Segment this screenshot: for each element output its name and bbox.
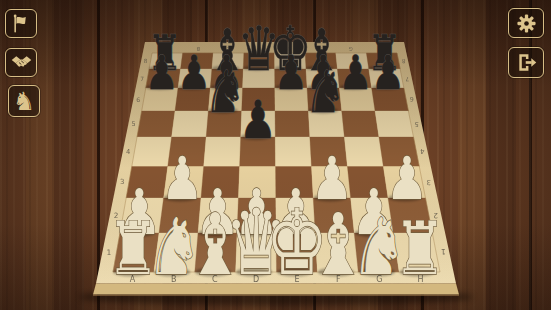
coord-rank-5-right: 5 [415, 120, 419, 128]
piece-black-pawn-h7[interactable]: ♟ [371, 45, 405, 100]
settings-button[interactable] [508, 8, 544, 38]
coord-rank-5-left: 5 [131, 120, 135, 128]
flag-icon [10, 13, 32, 35]
offer-draw-button[interactable] [5, 48, 37, 77]
coord-rank-7-right: 7 [405, 76, 409, 82]
gear-icon [515, 12, 538, 35]
piece-black-pawn-d5[interactable]: ♟ [239, 89, 277, 150]
game-scene: AABBCCDDEEFFGGHH1122334455667788♜♝♛♚♝♜♟♟… [0, 0, 551, 310]
coord-rank-6-left: 6 [136, 96, 140, 103]
piece-black-knight-f6[interactable]: ♞ [304, 58, 346, 126]
exit-button[interactable] [508, 47, 544, 78]
coord-rank-6-right: 6 [410, 96, 414, 103]
piece-white-rook-h1[interactable]: ♜ [394, 206, 446, 291]
handshake-icon [10, 51, 33, 74]
exit-icon [515, 51, 538, 74]
piece-black-pawn-e7[interactable]: ♟ [274, 45, 308, 100]
chess-board: AABBCCDDEEFFGGHH1122334455667788♜♝♛♚♝♜♟♟… [0, 0, 551, 310]
resign-button[interactable] [5, 9, 37, 38]
hint-button[interactable]: ♞ [8, 85, 40, 117]
knight-icon: ♞ [13, 89, 35, 114]
piece-black-pawn-a7[interactable]: ♟ [145, 45, 179, 100]
coord-rank-7-left: 7 [140, 76, 144, 82]
coord-rank-4-left: 4 [126, 148, 130, 156]
